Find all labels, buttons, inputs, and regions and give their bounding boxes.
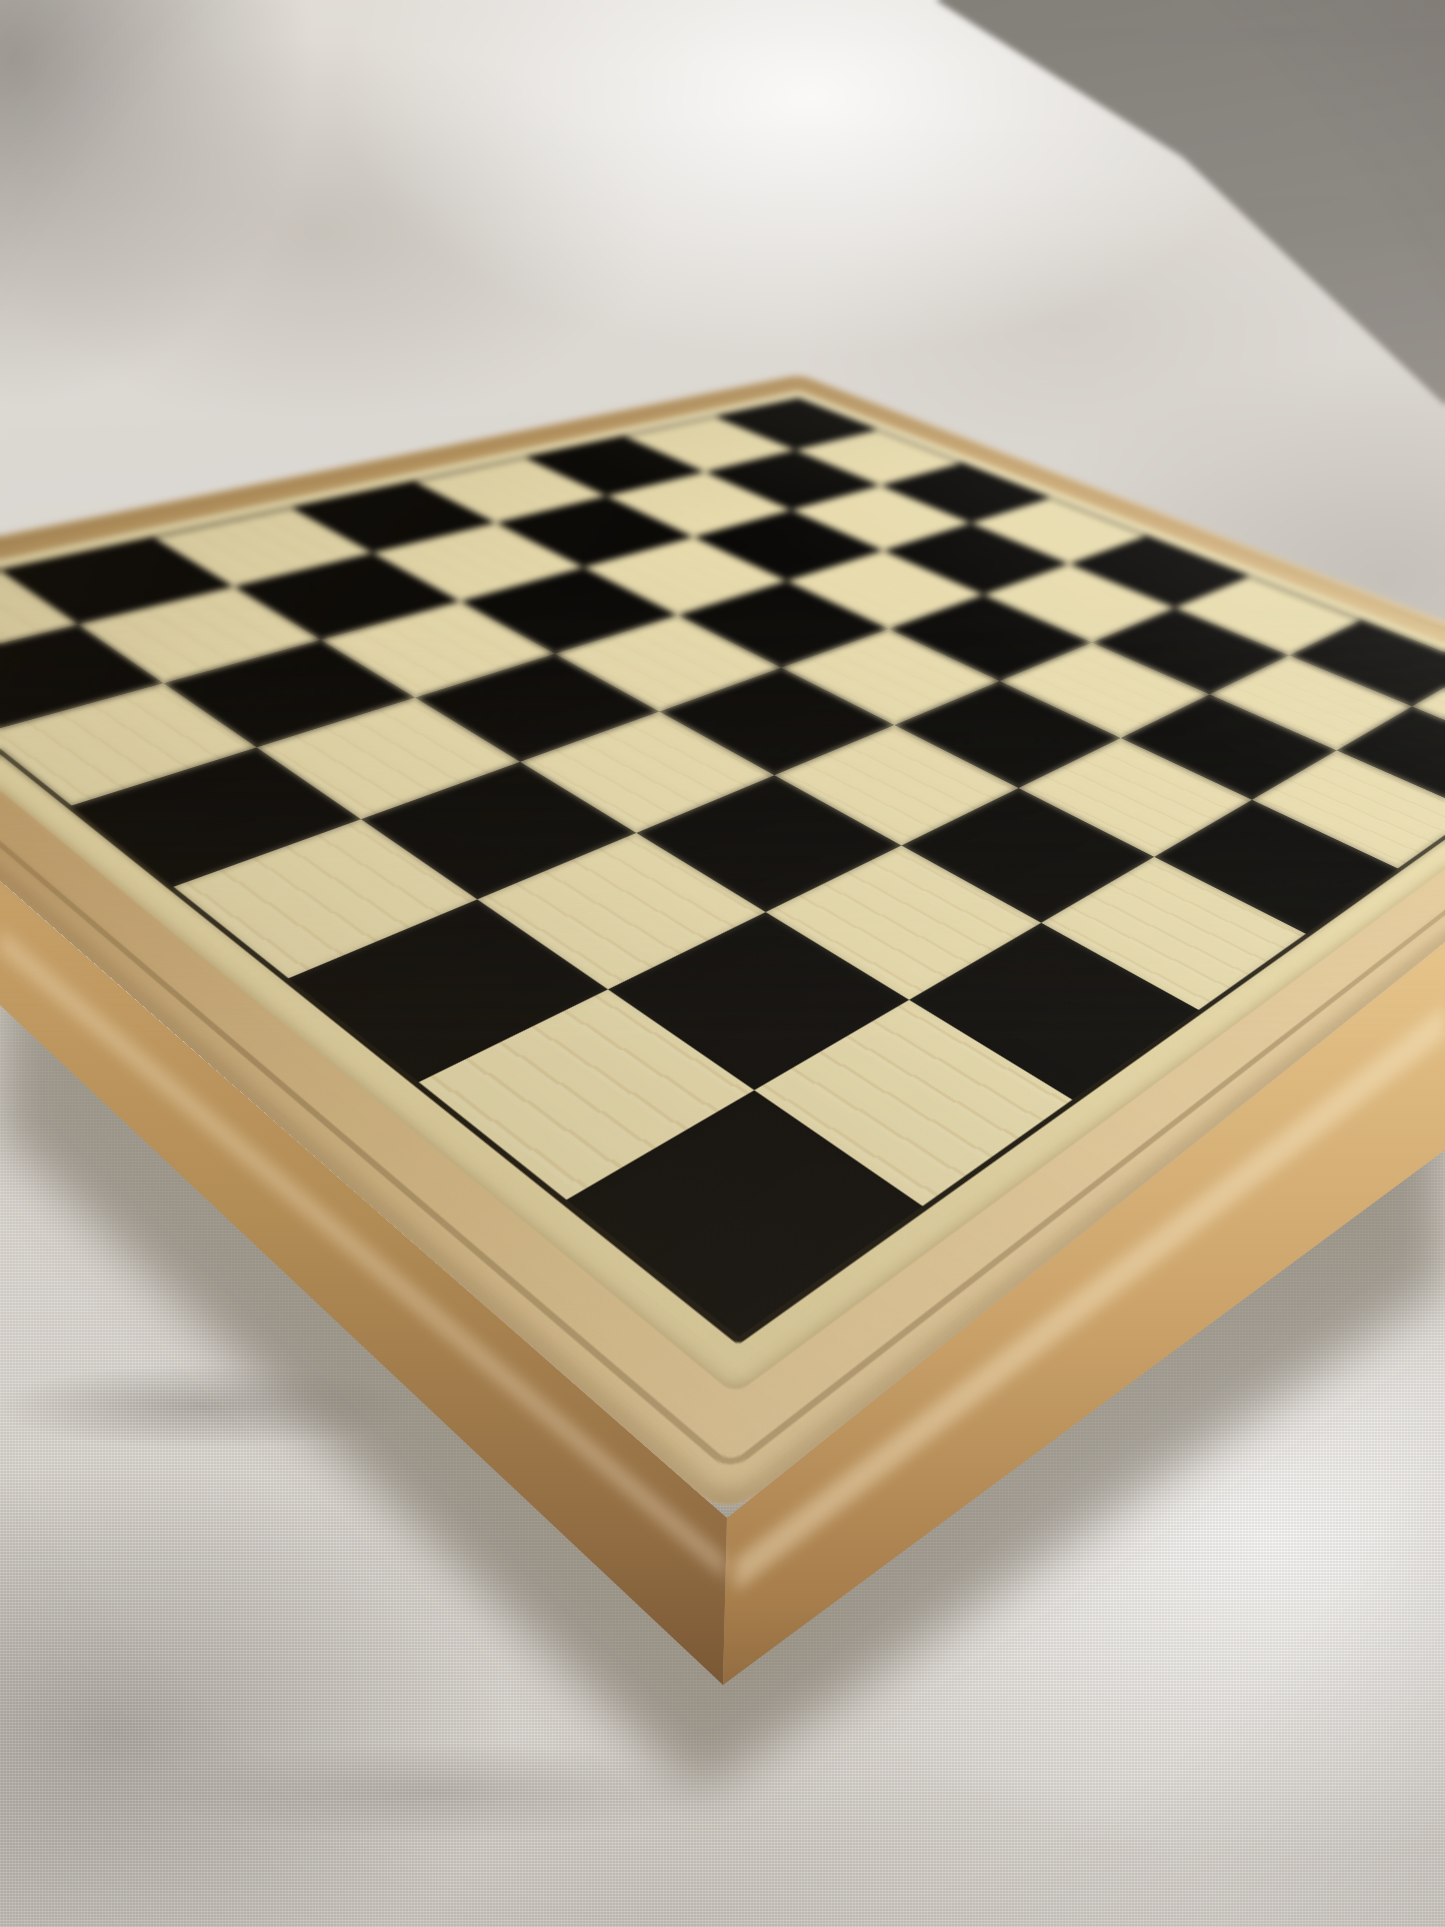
photo-of-chessboard-on-linen <box>0 0 1445 1927</box>
